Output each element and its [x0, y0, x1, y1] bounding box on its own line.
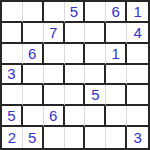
given-digit: 1 — [133, 4, 141, 19]
cell-r1c4: 5 — [65, 2, 86, 23]
cell-r1c7: 1 — [127, 2, 148, 23]
cell-r3c5[interactable] — [85, 44, 106, 65]
given-digit: 3 — [133, 130, 141, 145]
given-digit: 6 — [49, 108, 57, 123]
given-digit: 5 — [7, 108, 15, 123]
cell-r5c3[interactable] — [44, 85, 65, 106]
given-digit: 4 — [133, 25, 141, 40]
cell-r4c4[interactable] — [65, 65, 86, 86]
cell-r7c2: 5 — [23, 127, 44, 148]
cell-r6c5[interactable] — [85, 106, 106, 127]
cell-r6c2[interactable] — [23, 106, 44, 127]
cell-r7c7: 3 — [127, 127, 148, 148]
cell-r6c4[interactable] — [65, 106, 86, 127]
cell-r7c5[interactable] — [85, 127, 106, 148]
cell-r3c2: 6 — [23, 44, 44, 65]
cell-r3c6: 1 — [106, 44, 127, 65]
given-digit: 1 — [112, 46, 120, 61]
given-digit: 5 — [91, 87, 99, 102]
given-digit: 2 — [8, 130, 16, 145]
cell-r2c6[interactable] — [106, 23, 127, 44]
cell-r7c4[interactable] — [65, 127, 86, 148]
cell-r6c7[interactable] — [127, 106, 148, 127]
cell-r2c2[interactable] — [23, 23, 44, 44]
cell-r6c1: 5 — [2, 106, 23, 127]
cell-r4c6[interactable] — [106, 65, 127, 86]
cell-r5c2[interactable] — [23, 85, 44, 106]
cell-r3c4[interactable] — [65, 44, 86, 65]
cell-r4c7[interactable] — [127, 65, 148, 86]
given-digit: 6 — [28, 46, 36, 61]
cell-r1c1[interactable] — [2, 2, 23, 23]
cell-r5c5: 5 — [85, 85, 106, 106]
cell-r2c5[interactable] — [85, 23, 106, 44]
cell-r6c6[interactable] — [106, 106, 127, 127]
bricks-board: 56174613556253 — [0, 0, 150, 150]
cell-r5c7[interactable] — [127, 85, 148, 106]
given-digit: 5 — [70, 4, 78, 19]
cell-r4c3[interactable] — [44, 65, 65, 86]
cell-r7c1: 2 — [2, 127, 23, 148]
cell-r1c6: 6 — [106, 2, 127, 23]
cell-r6c3: 6 — [44, 106, 65, 127]
cell-r5c6[interactable] — [106, 85, 127, 106]
cell-r3c1[interactable] — [2, 44, 23, 65]
cell-r2c7: 4 — [127, 23, 148, 44]
cell-r2c4[interactable] — [65, 23, 86, 44]
cell-r7c6[interactable] — [106, 127, 127, 148]
cell-r5c1[interactable] — [2, 85, 23, 106]
cell-r4c1: 3 — [2, 65, 23, 86]
cell-r1c2[interactable] — [23, 2, 44, 23]
cell-r3c3[interactable] — [44, 44, 65, 65]
cell-r7c3[interactable] — [44, 127, 65, 148]
cell-r2c3: 7 — [44, 23, 65, 44]
given-digit: 3 — [7, 66, 15, 81]
cell-r2c1[interactable] — [2, 23, 23, 44]
given-digit: 5 — [28, 130, 36, 145]
cell-r3c7[interactable] — [127, 44, 148, 65]
given-digit: 7 — [49, 25, 57, 40]
given-digit: 6 — [112, 4, 120, 19]
cell-r4c5[interactable] — [85, 65, 106, 86]
cell-r4c2[interactable] — [23, 65, 44, 86]
cell-r1c5[interactable] — [85, 2, 106, 23]
cell-r5c4[interactable] — [65, 85, 86, 106]
cell-r1c3[interactable] — [44, 2, 65, 23]
